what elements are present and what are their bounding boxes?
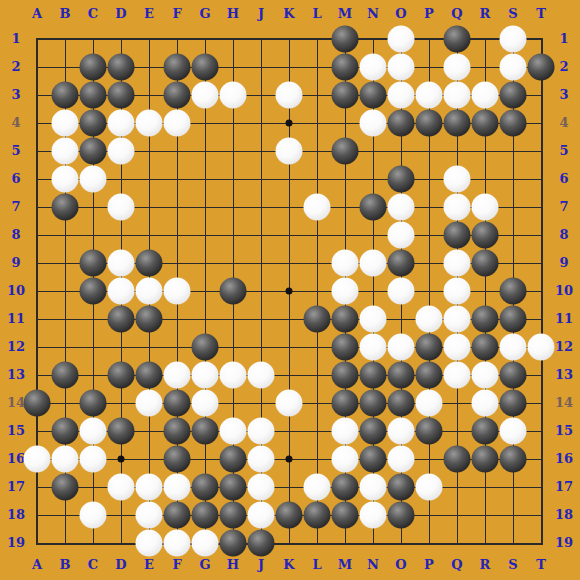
black-stone-H16	[220, 446, 247, 473]
black-stone-G18	[192, 502, 219, 529]
row-label: 13	[552, 367, 576, 383]
white-stone-M15	[332, 418, 359, 445]
col-label: C	[81, 557, 105, 573]
white-stone-D4	[108, 110, 135, 137]
col-label: G	[193, 6, 217, 22]
row-label: 3	[4, 87, 28, 103]
black-stone-Q8	[444, 222, 471, 249]
black-stone-C4	[80, 110, 107, 137]
white-stone-N11	[360, 306, 387, 333]
white-stone-K5	[276, 138, 303, 165]
white-stone-G3	[192, 82, 219, 109]
black-stone-D11	[108, 306, 135, 333]
col-label: E	[137, 557, 161, 573]
white-stone-P17	[416, 474, 443, 501]
black-stone-Q1	[444, 26, 471, 53]
black-stone-N14	[360, 390, 387, 417]
white-stone-E4	[136, 110, 163, 137]
white-stone-B5	[52, 138, 79, 165]
col-label: L	[305, 6, 329, 22]
white-stone-O1	[388, 26, 415, 53]
black-stone-S14	[500, 390, 527, 417]
white-stone-O7	[388, 194, 415, 221]
black-stone-H19	[220, 530, 247, 557]
white-stone-E17	[136, 474, 163, 501]
black-stone-S10	[500, 278, 527, 305]
white-stone-Q10	[444, 278, 471, 305]
white-stone-C18	[80, 502, 107, 529]
black-stone-C10	[80, 278, 107, 305]
white-stone-F19	[164, 530, 191, 557]
white-stone-N18	[360, 502, 387, 529]
black-stone-B17	[52, 474, 79, 501]
row-label: 4	[552, 115, 576, 131]
row-label: 4	[4, 115, 28, 131]
white-stone-J13	[248, 362, 275, 389]
black-stone-L11	[304, 306, 331, 333]
row-label: 2	[4, 59, 28, 75]
row-label: 14	[552, 395, 576, 411]
white-stone-F4	[164, 110, 191, 137]
black-stone-C14	[80, 390, 107, 417]
col-label: P	[417, 6, 441, 22]
col-label: Q	[445, 6, 469, 22]
col-label: O	[389, 6, 413, 22]
white-stone-E18	[136, 502, 163, 529]
black-stone-N7	[360, 194, 387, 221]
black-stone-J19	[248, 530, 275, 557]
go-board-app: ABCDEFGHJKLMNOPQRST ABCDEFGHJKLMNOPQRST …	[0, 0, 580, 580]
black-stone-F14	[164, 390, 191, 417]
black-stone-A14	[24, 390, 51, 417]
black-stone-R15	[472, 418, 499, 445]
col-label: K	[277, 6, 301, 22]
black-stone-R9	[472, 250, 499, 277]
black-stone-O18	[388, 502, 415, 529]
row-label: 15	[4, 423, 28, 439]
white-stone-S15	[500, 418, 527, 445]
white-stone-Q12	[444, 334, 471, 361]
white-stone-R3	[472, 82, 499, 109]
white-stone-K3	[276, 82, 303, 109]
black-stone-O13	[388, 362, 415, 389]
white-stone-E19	[136, 530, 163, 557]
black-stone-M18	[332, 502, 359, 529]
black-stone-O14	[388, 390, 415, 417]
row-label: 19	[4, 535, 28, 551]
black-stone-D15	[108, 418, 135, 445]
col-label: N	[361, 557, 385, 573]
black-stone-S3	[500, 82, 527, 109]
black-stone-S13	[500, 362, 527, 389]
white-stone-N4	[360, 110, 387, 137]
row-label: 12	[552, 339, 576, 355]
black-stone-S16	[500, 446, 527, 473]
white-stone-Q3	[444, 82, 471, 109]
black-stone-C3	[80, 82, 107, 109]
row-label: 3	[552, 87, 576, 103]
white-stone-B4	[52, 110, 79, 137]
black-stone-C2	[80, 54, 107, 81]
white-stone-N12	[360, 334, 387, 361]
col-label: K	[277, 557, 301, 573]
white-stone-R13	[472, 362, 499, 389]
col-label: F	[165, 557, 189, 573]
col-label: D	[109, 557, 133, 573]
black-stone-M13	[332, 362, 359, 389]
white-stone-G13	[192, 362, 219, 389]
white-stone-F13	[164, 362, 191, 389]
black-stone-M3	[332, 82, 359, 109]
row-label: 1	[552, 31, 576, 47]
black-stone-H18	[220, 502, 247, 529]
col-label: T	[529, 557, 553, 573]
white-stone-O16	[388, 446, 415, 473]
white-stone-R14	[472, 390, 499, 417]
black-stone-T2	[528, 54, 555, 81]
col-label: J	[249, 557, 273, 573]
black-stone-M5	[332, 138, 359, 165]
black-stone-B13	[52, 362, 79, 389]
white-stone-D5	[108, 138, 135, 165]
row-label: 11	[4, 311, 28, 327]
row-label: 8	[552, 227, 576, 243]
white-stone-E10	[136, 278, 163, 305]
black-stone-M17	[332, 474, 359, 501]
white-stone-F10	[164, 278, 191, 305]
white-stone-G19	[192, 530, 219, 557]
white-stone-O12	[388, 334, 415, 361]
black-stone-N16	[360, 446, 387, 473]
row-label: 19	[552, 535, 576, 551]
black-stone-D3	[108, 82, 135, 109]
col-label: S	[501, 6, 525, 22]
black-stone-N3	[360, 82, 387, 109]
row-label: 6	[4, 171, 28, 187]
black-stone-R16	[472, 446, 499, 473]
white-stone-B6	[52, 166, 79, 193]
black-stone-P13	[416, 362, 443, 389]
black-stone-G15	[192, 418, 219, 445]
col-label: R	[473, 6, 497, 22]
black-stone-M11	[332, 306, 359, 333]
black-stone-C5	[80, 138, 107, 165]
row-label: 16	[552, 451, 576, 467]
white-stone-D10	[108, 278, 135, 305]
row-label: 5	[4, 143, 28, 159]
black-stone-M12	[332, 334, 359, 361]
white-stone-T12	[528, 334, 555, 361]
black-stone-B3	[52, 82, 79, 109]
white-stone-Q6	[444, 166, 471, 193]
row-label: 12	[4, 339, 28, 355]
white-stone-Q11	[444, 306, 471, 333]
white-stone-J17	[248, 474, 275, 501]
black-stone-O17	[388, 474, 415, 501]
white-stone-H15	[220, 418, 247, 445]
white-stone-E14	[136, 390, 163, 417]
black-stone-F18	[164, 502, 191, 529]
white-stone-P14	[416, 390, 443, 417]
row-label: 5	[552, 143, 576, 159]
white-stone-N2	[360, 54, 387, 81]
col-label: R	[473, 557, 497, 573]
black-stone-O6	[388, 166, 415, 193]
row-label: 10	[552, 283, 576, 299]
col-label: D	[109, 6, 133, 22]
white-stone-J18	[248, 502, 275, 529]
black-stone-E9	[136, 250, 163, 277]
black-stone-F3	[164, 82, 191, 109]
row-label: 8	[4, 227, 28, 243]
row-label: 17	[4, 479, 28, 495]
black-stone-M2	[332, 54, 359, 81]
black-stone-N13	[360, 362, 387, 389]
black-stone-Q16	[444, 446, 471, 473]
white-stone-N17	[360, 474, 387, 501]
white-stone-A16	[24, 446, 51, 473]
white-stone-H13	[220, 362, 247, 389]
row-label: 10	[4, 283, 28, 299]
black-stone-M14	[332, 390, 359, 417]
white-stone-C15	[80, 418, 107, 445]
col-label: G	[193, 557, 217, 573]
black-stone-S4	[500, 110, 527, 137]
black-stone-M1	[332, 26, 359, 53]
row-label: 11	[552, 311, 576, 327]
black-stone-G12	[192, 334, 219, 361]
white-stone-Q13	[444, 362, 471, 389]
black-stone-K18	[276, 502, 303, 529]
white-stone-O8	[388, 222, 415, 249]
white-stone-N9	[360, 250, 387, 277]
black-stone-B7	[52, 194, 79, 221]
white-stone-C6	[80, 166, 107, 193]
col-label: P	[417, 557, 441, 573]
black-stone-E11	[136, 306, 163, 333]
black-stone-F16	[164, 446, 191, 473]
white-stone-M16	[332, 446, 359, 473]
black-stone-L18	[304, 502, 331, 529]
black-stone-C9	[80, 250, 107, 277]
row-label: 2	[552, 59, 576, 75]
white-stone-M10	[332, 278, 359, 305]
black-stone-P15	[416, 418, 443, 445]
row-label: 9	[4, 255, 28, 271]
white-stone-Q9	[444, 250, 471, 277]
white-stone-D7	[108, 194, 135, 221]
white-stone-L17	[304, 474, 331, 501]
star-point	[118, 456, 125, 463]
row-label: 1	[4, 31, 28, 47]
star-point	[286, 120, 293, 127]
white-stone-R7	[472, 194, 499, 221]
white-stone-P11	[416, 306, 443, 333]
white-stone-Q2	[444, 54, 471, 81]
black-stone-F2	[164, 54, 191, 81]
black-stone-O4	[388, 110, 415, 137]
col-label: S	[501, 557, 525, 573]
col-label: T	[529, 6, 553, 22]
white-stone-S12	[500, 334, 527, 361]
white-stone-H3	[220, 82, 247, 109]
white-stone-D17	[108, 474, 135, 501]
white-stone-K14	[276, 390, 303, 417]
white-stone-J15	[248, 418, 275, 445]
col-label: A	[25, 6, 49, 22]
row-label: 18	[4, 507, 28, 523]
col-label: M	[333, 557, 357, 573]
black-stone-E13	[136, 362, 163, 389]
row-label: 18	[552, 507, 576, 523]
col-label: H	[221, 557, 245, 573]
white-stone-F17	[164, 474, 191, 501]
col-label: B	[53, 557, 77, 573]
black-stone-G17	[192, 474, 219, 501]
col-label: B	[53, 6, 77, 22]
white-stone-D9	[108, 250, 135, 277]
col-label: O	[389, 557, 413, 573]
row-label: 9	[552, 255, 576, 271]
col-label: H	[221, 6, 245, 22]
black-stone-Q4	[444, 110, 471, 137]
white-stone-C16	[80, 446, 107, 473]
col-label: C	[81, 6, 105, 22]
white-stone-M9	[332, 250, 359, 277]
row-label: 13	[4, 367, 28, 383]
col-label: E	[137, 6, 161, 22]
white-stone-O3	[388, 82, 415, 109]
row-label: 6	[552, 171, 576, 187]
white-stone-S2	[500, 54, 527, 81]
star-point	[286, 456, 293, 463]
white-stone-O10	[388, 278, 415, 305]
black-stone-R12	[472, 334, 499, 361]
black-stone-O9	[388, 250, 415, 277]
black-stone-H10	[220, 278, 247, 305]
star-point	[286, 288, 293, 295]
black-stone-F15	[164, 418, 191, 445]
white-stone-L7	[304, 194, 331, 221]
white-stone-S1	[500, 26, 527, 53]
row-label: 7	[552, 199, 576, 215]
black-stone-N15	[360, 418, 387, 445]
black-stone-D2	[108, 54, 135, 81]
black-stone-P4	[416, 110, 443, 137]
black-stone-R4	[472, 110, 499, 137]
white-stone-O15	[388, 418, 415, 445]
white-stone-B16	[52, 446, 79, 473]
black-stone-R8	[472, 222, 499, 249]
col-label: J	[249, 6, 273, 22]
col-label: L	[305, 557, 329, 573]
black-stone-H17	[220, 474, 247, 501]
black-stone-B15	[52, 418, 79, 445]
black-stone-D13	[108, 362, 135, 389]
white-stone-G14	[192, 390, 219, 417]
row-label: 7	[4, 199, 28, 215]
black-stone-G2	[192, 54, 219, 81]
black-stone-P12	[416, 334, 443, 361]
col-label: M	[333, 6, 357, 22]
col-label: Q	[445, 557, 469, 573]
black-stone-R11	[472, 306, 499, 333]
white-stone-Q7	[444, 194, 471, 221]
black-stone-S11	[500, 306, 527, 333]
col-label: A	[25, 557, 49, 573]
white-stone-P3	[416, 82, 443, 109]
row-label: 17	[552, 479, 576, 495]
row-label: 15	[552, 423, 576, 439]
white-stone-J16	[248, 446, 275, 473]
col-label: N	[361, 6, 385, 22]
col-label: F	[165, 6, 189, 22]
white-stone-O2	[388, 54, 415, 81]
